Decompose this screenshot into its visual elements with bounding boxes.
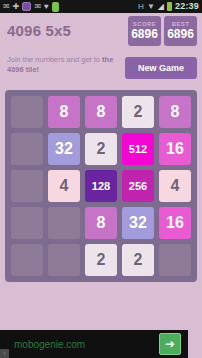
page-title: 4096 5x5 — [7, 22, 128, 39]
tile-8-r1c3: 8 — [85, 96, 117, 128]
tile-8-r4c3: 8 — [85, 207, 117, 239]
wifi-icon: ▼ — [147, 0, 155, 13]
empty-cell-r2c1 — [11, 133, 43, 165]
empty-cell-r1c1 — [11, 96, 43, 128]
heart-icon: ♥ — [44, 0, 49, 13]
tile-32-r4c4: 32 — [122, 207, 154, 239]
best-value: 6896 — [167, 28, 194, 41]
purple-app-icon — [22, 2, 31, 11]
empty-cell-r3c1 — [11, 170, 43, 202]
tile-512-r2c4: 512 — [122, 133, 154, 165]
status-clock: 22:39 — [175, 0, 199, 13]
tile-16-r2c5: 16 — [159, 133, 191, 165]
tile-128-r3c3: 128 — [85, 170, 117, 202]
network-mode-icon: H — [138, 0, 144, 13]
header: 4096 5x5 SCORE 6896 BEST 6896 — [7, 16, 197, 46]
app-screen: ✉ ✚ ✉ ♥ H ▼ ◢ 22:39 4096 5x5 SCORE 6896 … — [0, 0, 202, 358]
ad-info-icon: i — [0, 349, 9, 358]
score-value: 6896 — [131, 28, 158, 41]
score-badges: SCORE 6896 BEST 6896 — [128, 16, 197, 46]
tile-8-r1c5: 8 — [159, 96, 191, 128]
tile-8-r1c2: 8 — [48, 96, 80, 128]
ad-banner[interactable]: mobogenie.com ➜ i — [0, 330, 188, 358]
board[interactable]: 882832251216412825648321622 — [5, 90, 197, 282]
tile-2-r5c4: 2 — [122, 244, 154, 276]
tile-16-r4c5: 16 — [159, 207, 191, 239]
tile-32-r2c2: 32 — [48, 133, 80, 165]
tile-2-r5c3: 2 — [85, 244, 117, 276]
green-app-icon — [52, 2, 59, 12]
message-icon: ✉ — [3, 0, 10, 13]
new-game-button[interactable]: New Game — [125, 57, 197, 79]
empty-cell-r5c1 — [11, 244, 43, 276]
tile-4-r3c2: 4 — [48, 170, 80, 202]
status-bar-left-icons: ✉ ✚ ✉ ♥ — [3, 0, 138, 13]
signal-strength-icon: ◢ — [158, 0, 164, 13]
empty-cell-r4c2 — [48, 207, 80, 239]
tile-2-r2c3: 2 — [85, 133, 117, 165]
screenshot-icon: ✉ — [34, 0, 41, 13]
intro-text: Join the numbers and get to the 4096 til… — [7, 55, 125, 75]
intro-text-plain: Join the numbers and get to — [7, 55, 102, 64]
best-badge: BEST 6896 — [164, 16, 197, 46]
tile-4-r3c5: 4 — [159, 170, 191, 202]
battery-icon — [167, 2, 172, 11]
empty-cell-r4c1 — [11, 207, 43, 239]
empty-cell-r5c5 — [159, 244, 191, 276]
tile-256-r3c4: 256 — [122, 170, 154, 202]
empty-cell-r5c2 — [48, 244, 80, 276]
status-bar: ✉ ✚ ✉ ♥ H ▼ ◢ 22:39 — [0, 0, 202, 13]
usb-icon: ✚ — [13, 0, 20, 13]
status-bar-right-icons: H ▼ ◢ 22:39 — [138, 0, 199, 13]
score-badge: SCORE 6896 — [128, 16, 161, 46]
ad-link-text[interactable]: mobogenie.com — [14, 339, 159, 350]
intro-row: Join the numbers and get to the 4096 til… — [7, 55, 197, 79]
tile-2-r1c4: 2 — [122, 96, 154, 128]
ad-arrow-button[interactable]: ➜ — [159, 333, 181, 355]
